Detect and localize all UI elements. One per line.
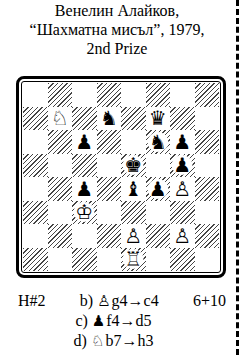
white-rook-e1: ♖	[121, 248, 146, 272]
white-pawn-g4: ♙	[170, 177, 195, 201]
square-f4: ♟	[146, 177, 171, 201]
black-pawn-g5: ♟	[170, 154, 195, 178]
dashed-cut-line	[236, 0, 239, 355]
square-e8	[121, 83, 146, 107]
square-h5	[195, 154, 220, 178]
square-e6	[121, 130, 146, 154]
square-d6	[97, 130, 122, 154]
caption-line-3: d) ♘b7→h3	[0, 331, 227, 351]
square-b1	[48, 248, 73, 272]
square-c7	[72, 107, 97, 131]
square-a8	[23, 83, 48, 107]
black-pawn-c4: ♟	[72, 177, 97, 201]
caption-line-2: c) ♟f4→d5	[0, 311, 227, 331]
twin-c-label: c)	[75, 312, 87, 329]
square-h6	[195, 130, 220, 154]
square-a3	[23, 201, 48, 225]
black-bishop-e4: ♝	[121, 177, 146, 201]
twin-b: b) ♙g4→c4	[80, 291, 159, 311]
square-d3	[97, 201, 122, 225]
square-a5	[23, 154, 48, 178]
square-f1	[146, 248, 171, 272]
square-h2	[195, 224, 220, 248]
black-pawn-g6: ♟	[170, 130, 195, 154]
square-g4: ♙	[170, 177, 195, 201]
scanned-problem-page: Венелин Алайков, “Шахматна мисъл”, 1979,…	[0, 0, 241, 355]
square-g3	[170, 201, 195, 225]
square-b8	[48, 83, 73, 107]
square-g6: ♟	[170, 130, 195, 154]
square-c3: ♔	[72, 201, 97, 225]
square-a2	[23, 224, 48, 248]
square-f2	[146, 224, 171, 248]
black-knight-f6: ♞	[146, 130, 171, 154]
black-king-e5: ♚	[121, 154, 146, 178]
square-d7: ♞	[97, 107, 122, 131]
square-f5	[146, 154, 171, 178]
square-h4	[195, 177, 220, 201]
chess-board-inner-frame: ♘♞♛♟♞♟♚♟♟♝♟♙♔♙♙♖	[21, 81, 221, 273]
black-pawn-icon: ♟	[92, 312, 106, 330]
square-d1	[97, 248, 122, 272]
square-g7	[170, 107, 195, 131]
white-pawn-g2: ♙	[170, 224, 195, 248]
square-e1: ♖	[121, 248, 146, 272]
square-e2: ♙	[121, 224, 146, 248]
author-name: Венелин Алайков,	[0, 1, 234, 20]
twin-c-move: f4→d5	[106, 312, 151, 329]
problem-header: Венелин Алайков, “Шахматна мисъл”, 1979,…	[0, 0, 234, 58]
square-a4	[23, 177, 48, 201]
black-pawn-f4: ♟	[146, 177, 171, 201]
square-h3	[195, 201, 220, 225]
white-king-c3: ♔	[72, 201, 97, 225]
square-c4: ♟	[72, 177, 97, 201]
square-b3	[48, 201, 73, 225]
square-d2	[97, 224, 122, 248]
twin-b-move: g4→c4	[112, 292, 159, 309]
white-knight-b7: ♘	[48, 107, 73, 131]
white-pawn-icon: ♙	[97, 292, 111, 310]
square-e5: ♚	[121, 154, 146, 178]
square-a6	[23, 130, 48, 154]
problem-caption: H#2 b) ♙g4→c4 6+10 c) ♟f4→d5 d) ♘b7→h3	[0, 291, 227, 351]
square-b6	[48, 130, 73, 154]
square-d8	[97, 83, 122, 107]
square-d4	[97, 177, 122, 201]
square-h7	[195, 107, 220, 131]
square-c1	[72, 248, 97, 272]
square-c2	[72, 224, 97, 248]
square-f7: ♛	[146, 107, 171, 131]
square-f3	[146, 201, 171, 225]
square-d5	[97, 154, 122, 178]
award: 2nd Prize	[0, 39, 234, 58]
square-a1	[23, 248, 48, 272]
white-pawn-e2: ♙	[121, 224, 146, 248]
square-g1	[170, 248, 195, 272]
square-g2: ♙	[170, 224, 195, 248]
chess-board-frame: ♘♞♛♟♞♟♚♟♟♝♟♙♔♙♙♖	[16, 76, 226, 278]
stipulation: H#2	[18, 291, 46, 311]
twin-d-move: b7→h3	[105, 332, 153, 349]
square-b7: ♘	[48, 107, 73, 131]
square-a7	[23, 107, 48, 131]
square-e4: ♝	[121, 177, 146, 201]
square-g8	[170, 83, 195, 107]
square-b4	[48, 177, 73, 201]
square-b2	[48, 224, 73, 248]
twin-b-label: b)	[80, 292, 93, 309]
board-grid: ♘♞♛♟♞♟♚♟♟♝♟♙♔♙♙♖	[23, 83, 219, 271]
white-knight-icon: ♘	[91, 332, 105, 350]
black-pawn-c6: ♟	[72, 130, 97, 154]
twin-d-label: d)	[74, 332, 87, 349]
square-h8	[195, 83, 220, 107]
square-f8	[146, 83, 171, 107]
black-queen-f7: ♛	[146, 107, 171, 131]
caption-line-1: H#2 b) ♙g4→c4 6+10	[0, 291, 227, 311]
black-knight-d7: ♞	[97, 107, 122, 131]
square-c8	[72, 83, 97, 107]
square-c6: ♟	[72, 130, 97, 154]
square-e3	[121, 201, 146, 225]
square-h1	[195, 248, 220, 272]
square-g5: ♟	[170, 154, 195, 178]
square-f6: ♞	[146, 130, 171, 154]
square-c5	[72, 154, 97, 178]
square-e7	[121, 107, 146, 131]
piece-count: 6+10	[193, 291, 226, 311]
source-and-year: “Шахматна мисъл”, 1979,	[0, 20, 234, 39]
square-b5	[48, 154, 73, 178]
